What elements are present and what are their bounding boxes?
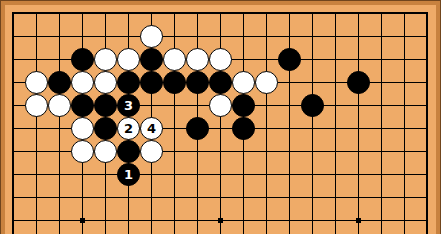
grid-line-vertical: [220, 12, 221, 234]
star-point: [356, 218, 361, 223]
grid-line-vertical: [358, 12, 359, 234]
black-stone: [232, 94, 255, 117]
black-stone: [117, 71, 140, 94]
grid-line-vertical: [404, 12, 405, 234]
grid-line-horizontal: [12, 197, 428, 198]
move-number-label: 1: [124, 168, 133, 181]
grid-line-vertical: [289, 12, 290, 234]
grid-line-vertical: [12, 12, 14, 234]
grid-line-vertical: [59, 12, 60, 234]
white-stone: [94, 140, 117, 163]
white-stone: [140, 140, 163, 163]
board-frame-edge-top: [0, 0, 441, 1]
black-stone: [232, 117, 255, 140]
black-stone: [71, 48, 94, 71]
star-point: [80, 218, 85, 223]
grid-line-vertical: [426, 12, 428, 234]
grid-line-vertical: [335, 12, 336, 234]
black-stone: [301, 94, 324, 117]
move-number-label: 3: [124, 99, 133, 112]
black-stone: [140, 71, 163, 94]
white-stone: [48, 94, 71, 117]
star-point: [218, 218, 223, 223]
white-stone: [71, 117, 94, 140]
black-stone: [140, 48, 163, 71]
black-stone: [278, 48, 301, 71]
black-stone: [94, 117, 117, 140]
black-stone: 1: [117, 163, 140, 186]
white-stone: [117, 48, 140, 71]
grid-line-horizontal: [12, 174, 428, 175]
black-stone: [71, 94, 94, 117]
black-stone: [186, 71, 209, 94]
white-stone: [140, 25, 163, 48]
grid-line-horizontal: [12, 36, 428, 37]
white-stone: [232, 71, 255, 94]
white-stone: [209, 48, 232, 71]
white-stone: 4: [140, 117, 163, 140]
white-stone: [255, 71, 278, 94]
white-stone: [94, 48, 117, 71]
white-stone: [94, 71, 117, 94]
white-stone: [71, 140, 94, 163]
white-stone: [25, 71, 48, 94]
grid-line-horizontal: [12, 12, 428, 14]
white-stone: [71, 71, 94, 94]
black-stone: [347, 71, 370, 94]
move-number-label: 2: [124, 122, 133, 135]
white-stone: [163, 48, 186, 71]
white-stone: [25, 94, 48, 117]
black-stone: [186, 117, 209, 140]
white-stone: 2: [117, 117, 140, 140]
white-stone: [209, 94, 232, 117]
black-stone: 3: [117, 94, 140, 117]
go-board: 3241: [0, 0, 441, 234]
move-number-label: 4: [147, 122, 156, 135]
black-stone: [163, 71, 186, 94]
grid-line-vertical: [266, 12, 267, 234]
grid-line-vertical: [174, 12, 175, 234]
black-stone: [117, 140, 140, 163]
board-frame-edge-left: [0, 0, 1, 234]
black-stone: [94, 94, 117, 117]
grid-line-vertical: [312, 12, 313, 234]
white-stone: [186, 48, 209, 71]
black-stone: [209, 71, 232, 94]
black-stone: [48, 71, 71, 94]
grid-line-vertical: [381, 12, 382, 234]
grid-line-vertical: [36, 12, 37, 234]
